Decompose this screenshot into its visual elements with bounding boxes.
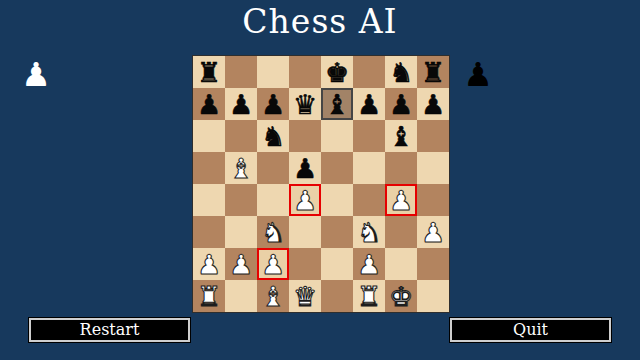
square-g3[interactable] [385,216,417,248]
square-f4[interactable] [353,184,385,216]
square-f3[interactable]: ♞ [353,216,385,248]
square-h7[interactable]: ♟ [417,88,449,120]
white-bishop: ♝ [261,283,285,310]
square-e7-gray-highlight[interactable]: ♝ [321,88,353,120]
square-f8[interactable] [353,56,385,88]
black-pawn: ♟ [261,91,285,118]
black-king: ♚ [325,59,349,86]
black-pawn: ♟ [197,91,221,118]
black-queen: ♛ [293,91,317,118]
square-h4[interactable] [417,184,449,216]
black-pawn: ♟ [421,91,445,118]
square-c1[interactable]: ♝ [257,280,289,312]
black-bishop: ♝ [325,91,349,118]
square-c4[interactable] [257,184,289,216]
square-d8[interactable] [289,56,321,88]
white-pawn: ♟ [357,251,381,278]
captured-black-pawn-icon: ♟ [456,58,500,91]
square-c3[interactable]: ♞ [257,216,289,248]
black-pawn: ♟ [229,91,253,118]
square-e1[interactable] [321,280,353,312]
white-rook: ♜ [357,283,381,310]
square-h5[interactable] [417,152,449,184]
black-bishop: ♝ [389,123,413,150]
white-pawn: ♟ [293,187,317,214]
square-a1[interactable]: ♜ [193,280,225,312]
square-e4[interactable] [321,184,353,216]
square-f5[interactable] [353,152,385,184]
square-b1[interactable] [225,280,257,312]
app-window: Chess AI ♟ ♟ ♜♚♞♜♟♟♟♛♝♟♟♟♞♝♝♟♟♟♞♞♟♟♟♟♟♜♝… [0,0,640,360]
square-b3[interactable] [225,216,257,248]
square-f1[interactable]: ♜ [353,280,385,312]
black-rook: ♜ [197,59,221,86]
chess-board[interactable]: ♜♚♞♜♟♟♟♛♝♟♟♟♞♝♝♟♟♟♞♞♟♟♟♟♟♜♝♛♜♚ [192,55,450,313]
black-pawn: ♟ [293,155,317,182]
square-d5[interactable]: ♟ [289,152,321,184]
square-g8[interactable]: ♞ [385,56,417,88]
square-c7[interactable]: ♟ [257,88,289,120]
white-bishop: ♝ [229,155,253,182]
black-rook: ♜ [421,59,445,86]
square-e5[interactable] [321,152,353,184]
square-g2[interactable] [385,248,417,280]
square-h6[interactable] [417,120,449,152]
square-h3[interactable]: ♟ [417,216,449,248]
square-h1[interactable] [417,280,449,312]
page-title: Chess AI [0,2,640,41]
white-knight: ♞ [261,219,285,246]
restart-button[interactable]: Restart [29,318,190,342]
square-f7[interactable]: ♟ [353,88,385,120]
square-d4-red-highlight[interactable]: ♟ [289,184,321,216]
square-d2[interactable] [289,248,321,280]
white-pawn: ♟ [389,187,413,214]
white-knight: ♞ [357,219,381,246]
white-pawn: ♟ [261,251,285,278]
square-c6[interactable]: ♞ [257,120,289,152]
square-h8[interactable]: ♜ [417,56,449,88]
white-pawn: ♟ [421,219,445,246]
black-knight: ♞ [261,123,285,150]
square-b5[interactable]: ♝ [225,152,257,184]
square-d7[interactable]: ♛ [289,88,321,120]
square-a5[interactable] [193,152,225,184]
square-h2[interactable] [417,248,449,280]
square-b8[interactable] [225,56,257,88]
square-b6[interactable] [225,120,257,152]
white-king: ♚ [389,283,413,310]
black-pawn: ♟ [389,91,413,118]
square-a6[interactable] [193,120,225,152]
square-d6[interactable] [289,120,321,152]
square-d3[interactable] [289,216,321,248]
square-e2[interactable] [321,248,353,280]
square-g6[interactable]: ♝ [385,120,417,152]
black-knight: ♞ [389,59,413,86]
captured-white-pawn-icon: ♟ [14,58,58,91]
square-g7[interactable]: ♟ [385,88,417,120]
square-e3[interactable] [321,216,353,248]
quit-button[interactable]: Quit [450,318,611,342]
square-a3[interactable] [193,216,225,248]
square-c8[interactable] [257,56,289,88]
square-g5[interactable] [385,152,417,184]
square-g4-red-highlight[interactable]: ♟ [385,184,417,216]
square-e6[interactable] [321,120,353,152]
square-c5[interactable] [257,152,289,184]
square-d1[interactable]: ♛ [289,280,321,312]
square-a4[interactable] [193,184,225,216]
square-b2[interactable]: ♟ [225,248,257,280]
square-b4[interactable] [225,184,257,216]
square-b7[interactable]: ♟ [225,88,257,120]
white-pawn: ♟ [197,251,221,278]
white-pawn: ♟ [229,251,253,278]
white-rook: ♜ [197,283,221,310]
square-e8[interactable]: ♚ [321,56,353,88]
square-a2[interactable]: ♟ [193,248,225,280]
square-a8[interactable]: ♜ [193,56,225,88]
square-a7[interactable]: ♟ [193,88,225,120]
white-queen: ♛ [293,283,317,310]
square-c2-red-highlight[interactable]: ♟ [257,248,289,280]
square-f6[interactable] [353,120,385,152]
square-g1[interactable]: ♚ [385,280,417,312]
square-f2[interactable]: ♟ [353,248,385,280]
black-pawn: ♟ [357,91,381,118]
